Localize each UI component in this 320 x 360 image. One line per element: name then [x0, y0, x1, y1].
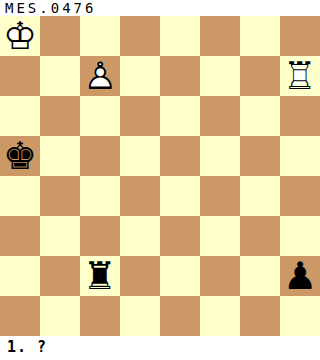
square-h1[interactable]	[280, 296, 320, 336]
square-b8[interactable]	[40, 16, 80, 56]
square-d4[interactable]	[120, 176, 160, 216]
square-g7[interactable]	[240, 56, 280, 96]
square-d3[interactable]	[120, 216, 160, 256]
square-g5[interactable]	[240, 136, 280, 176]
black-pawn: ♟	[280, 256, 320, 296]
square-f2[interactable]	[200, 256, 240, 296]
chess-diagram: MES.0476 ♚♔♟♙♜♖♚♜♟ 1. ?	[0, 0, 320, 360]
square-e7[interactable]	[160, 56, 200, 96]
square-c7[interactable]: ♟♙	[80, 56, 120, 96]
white-king: ♚♔	[0, 16, 40, 56]
square-h3[interactable]	[280, 216, 320, 256]
square-h8[interactable]	[280, 16, 320, 56]
square-b6[interactable]	[40, 96, 80, 136]
square-f5[interactable]	[200, 136, 240, 176]
square-e3[interactable]	[160, 216, 200, 256]
chess-board: ♚♔♟♙♜♖♚♜♟	[0, 16, 320, 336]
square-f1[interactable]	[200, 296, 240, 336]
square-h2[interactable]: ♟	[280, 256, 320, 296]
square-e4[interactable]	[160, 176, 200, 216]
square-c3[interactable]	[80, 216, 120, 256]
black-king: ♚	[0, 136, 40, 176]
square-d2[interactable]	[120, 256, 160, 296]
square-g4[interactable]	[240, 176, 280, 216]
diagram-title: MES.0476	[0, 0, 320, 16]
square-e2[interactable]	[160, 256, 200, 296]
square-d7[interactable]	[120, 56, 160, 96]
square-g3[interactable]	[240, 216, 280, 256]
square-g1[interactable]	[240, 296, 280, 336]
square-f7[interactable]	[200, 56, 240, 96]
square-d6[interactable]	[120, 96, 160, 136]
square-a4[interactable]	[0, 176, 40, 216]
square-e6[interactable]	[160, 96, 200, 136]
square-f3[interactable]	[200, 216, 240, 256]
square-d1[interactable]	[120, 296, 160, 336]
square-a1[interactable]	[0, 296, 40, 336]
square-b5[interactable]	[40, 136, 80, 176]
square-c5[interactable]	[80, 136, 120, 176]
square-h5[interactable]	[280, 136, 320, 176]
square-b7[interactable]	[40, 56, 80, 96]
square-a2[interactable]	[0, 256, 40, 296]
square-e5[interactable]	[160, 136, 200, 176]
black-rook: ♜	[80, 256, 120, 296]
square-a8[interactable]: ♚♔	[0, 16, 40, 56]
square-e1[interactable]	[160, 296, 200, 336]
square-c6[interactable]	[80, 96, 120, 136]
square-b4[interactable]	[40, 176, 80, 216]
square-h7[interactable]: ♜♖	[280, 56, 320, 96]
square-e8[interactable]	[160, 16, 200, 56]
square-a6[interactable]	[0, 96, 40, 136]
square-b1[interactable]	[40, 296, 80, 336]
square-c8[interactable]	[80, 16, 120, 56]
square-a3[interactable]	[0, 216, 40, 256]
square-f8[interactable]	[200, 16, 240, 56]
square-c2[interactable]: ♜	[80, 256, 120, 296]
square-h4[interactable]	[280, 176, 320, 216]
square-f6[interactable]	[200, 96, 240, 136]
square-a5[interactable]: ♚	[0, 136, 40, 176]
square-g2[interactable]	[240, 256, 280, 296]
move-prompt: 1. ?	[0, 336, 320, 360]
square-d8[interactable]	[120, 16, 160, 56]
white-rook: ♜♖	[280, 56, 320, 96]
square-g8[interactable]	[240, 16, 280, 56]
square-c1[interactable]	[80, 296, 120, 336]
square-a7[interactable]	[0, 56, 40, 96]
square-b2[interactable]	[40, 256, 80, 296]
white-pawn: ♟♙	[80, 56, 120, 96]
square-d5[interactable]	[120, 136, 160, 176]
square-c4[interactable]	[80, 176, 120, 216]
square-h6[interactable]	[280, 96, 320, 136]
square-g6[interactable]	[240, 96, 280, 136]
square-f4[interactable]	[200, 176, 240, 216]
square-b3[interactable]	[40, 216, 80, 256]
